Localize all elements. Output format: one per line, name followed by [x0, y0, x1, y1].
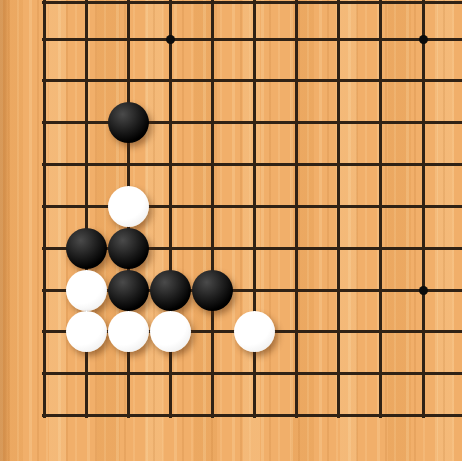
grid-line-vertical	[422, 0, 425, 418]
go-board[interactable]	[0, 0, 462, 461]
white-stone[interactable]	[150, 311, 191, 352]
grid-line-vertical	[337, 0, 340, 418]
white-stone[interactable]	[66, 270, 107, 311]
grid-line-horizontal	[42, 372, 462, 375]
black-stone[interactable]	[108, 102, 149, 143]
grid-line-horizontal	[42, 1, 462, 4]
grid-line-horizontal	[42, 79, 462, 82]
star-point	[419, 35, 428, 44]
black-stone[interactable]	[192, 270, 233, 311]
white-stone[interactable]	[234, 311, 275, 352]
grid-line-vertical	[253, 0, 256, 418]
white-stone[interactable]	[108, 186, 149, 227]
grid-line-vertical	[85, 0, 88, 418]
grid-line-horizontal	[42, 38, 462, 41]
grid-line-vertical	[169, 0, 172, 418]
black-stone[interactable]	[108, 270, 149, 311]
grid-line-horizontal	[42, 414, 462, 417]
black-stone[interactable]	[108, 228, 149, 269]
black-stone[interactable]	[150, 270, 191, 311]
black-stone[interactable]	[66, 228, 107, 269]
grid-line-horizontal	[42, 205, 462, 208]
grid-line-vertical	[43, 0, 46, 418]
grid-line-horizontal	[42, 163, 462, 166]
grid-line-horizontal	[42, 121, 462, 124]
star-point	[166, 35, 175, 44]
white-stone[interactable]	[108, 311, 149, 352]
grid-line-vertical	[211, 0, 214, 418]
grid-line-vertical	[379, 0, 382, 418]
grid-line-vertical	[295, 0, 298, 418]
white-stone[interactable]	[66, 311, 107, 352]
star-point	[419, 286, 428, 295]
